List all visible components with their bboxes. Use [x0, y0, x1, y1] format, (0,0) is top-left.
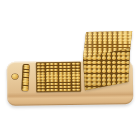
bead — [102, 65, 106, 69]
bead — [97, 56, 101, 60]
bead — [83, 36, 88, 38]
bead — [72, 66, 76, 68]
bead — [97, 69, 101, 73]
bead — [92, 65, 96, 69]
bead — [92, 74, 96, 78]
bead — [76, 88, 80, 90]
bead — [107, 52, 111, 56]
bead — [41, 83, 45, 85]
bead — [108, 45, 113, 47]
bead — [97, 82, 101, 86]
bead — [37, 86, 41, 88]
bead — [121, 61, 125, 65]
bead — [123, 45, 128, 47]
bead — [112, 56, 116, 60]
bead — [83, 74, 87, 78]
bead — [107, 78, 111, 82]
bead — [102, 78, 106, 82]
bead — [72, 88, 76, 90]
bead — [46, 66, 50, 68]
bead — [121, 69, 125, 73]
bead — [107, 82, 111, 86]
bead — [50, 66, 54, 68]
bead — [83, 78, 87, 82]
bead — [55, 89, 59, 91]
bead — [83, 39, 88, 41]
bead — [87, 69, 91, 73]
bead — [37, 69, 41, 71]
bead — [107, 61, 111, 65]
bead — [50, 69, 54, 71]
bead — [63, 66, 67, 68]
bead — [46, 69, 50, 71]
bead — [63, 83, 67, 85]
bead — [126, 74, 130, 78]
bead — [41, 66, 45, 68]
bead — [59, 69, 63, 71]
bead — [117, 65, 121, 69]
bead — [112, 78, 116, 82]
bead — [54, 86, 58, 88]
bead — [121, 82, 125, 86]
bead — [92, 82, 96, 86]
bead — [102, 56, 106, 60]
bead — [103, 45, 108, 47]
bead — [107, 65, 111, 69]
bead — [102, 69, 106, 73]
bead — [83, 69, 87, 73]
bead — [128, 45, 133, 47]
bead — [121, 65, 125, 69]
bead — [54, 66, 58, 68]
bead — [126, 82, 130, 86]
bead — [59, 89, 63, 91]
bead — [59, 83, 63, 85]
unit-bead — [12, 74, 18, 79]
bead — [67, 69, 71, 71]
bead — [107, 74, 111, 78]
bead — [117, 56, 121, 60]
bead — [63, 86, 67, 88]
bead — [72, 86, 76, 88]
bead — [92, 78, 96, 82]
bead — [102, 61, 106, 65]
bead — [121, 56, 125, 60]
bead — [68, 86, 72, 88]
bead — [76, 66, 80, 68]
bead — [102, 74, 106, 78]
bead — [87, 82, 91, 86]
bead — [83, 82, 87, 86]
bead — [97, 61, 101, 65]
bead — [113, 45, 118, 47]
bead — [83, 61, 87, 65]
bead — [87, 56, 91, 60]
bead — [22, 70, 28, 72]
bead — [37, 66, 41, 68]
bead — [126, 65, 130, 69]
bead — [83, 45, 88, 47]
bead — [126, 78, 130, 82]
bead — [117, 78, 121, 82]
bead — [87, 65, 91, 69]
bead — [93, 45, 98, 47]
bead — [97, 74, 101, 78]
bead — [87, 78, 91, 82]
bead — [37, 83, 41, 85]
bead — [76, 68, 80, 70]
bead — [112, 74, 116, 78]
bead — [67, 83, 71, 85]
bead — [117, 82, 121, 86]
bead — [97, 78, 101, 82]
bead — [41, 89, 45, 91]
bead — [117, 61, 121, 65]
bead — [41, 86, 45, 88]
bead — [50, 83, 54, 85]
bead — [126, 52, 130, 56]
bead — [87, 74, 91, 78]
bead — [72, 83, 76, 85]
bead — [112, 69, 116, 73]
bead — [67, 66, 71, 68]
bead — [118, 45, 123, 47]
bead — [121, 52, 125, 56]
bead — [92, 56, 96, 60]
bead — [46, 83, 50, 85]
bead — [112, 52, 116, 56]
ten-bar — [21, 64, 30, 92]
golden-beads-product-photo — [0, 0, 140, 140]
bead — [126, 56, 130, 60]
bead — [117, 69, 121, 73]
bead — [83, 65, 87, 69]
bead — [63, 89, 67, 91]
bead — [121, 74, 125, 78]
bead — [92, 61, 96, 65]
bead — [59, 86, 63, 88]
bead — [98, 45, 103, 47]
bead — [121, 78, 125, 82]
bead — [126, 61, 130, 65]
bead — [54, 69, 58, 71]
bead — [76, 83, 80, 85]
bead — [88, 45, 93, 47]
bead — [76, 86, 80, 88]
bead — [126, 69, 130, 73]
bead — [112, 65, 116, 69]
bead — [102, 82, 106, 86]
bead — [107, 69, 111, 73]
bead — [54, 83, 58, 85]
bead — [107, 56, 111, 60]
bead — [117, 74, 121, 78]
bead — [117, 52, 121, 56]
hundred-square — [36, 62, 81, 92]
bead — [37, 89, 41, 91]
bead — [46, 89, 50, 91]
bead — [50, 86, 54, 88]
bead — [112, 61, 116, 65]
bead — [59, 66, 63, 68]
bead — [87, 61, 91, 65]
bead — [112, 82, 116, 86]
bead — [92, 69, 96, 73]
bead — [63, 69, 67, 71]
thousand-cube — [82, 30, 133, 90]
bead — [41, 69, 45, 71]
bead — [21, 88, 27, 90]
bead — [72, 69, 76, 71]
bead — [97, 65, 101, 69]
bead — [68, 89, 72, 91]
bead — [50, 89, 54, 91]
bead — [46, 86, 50, 88]
